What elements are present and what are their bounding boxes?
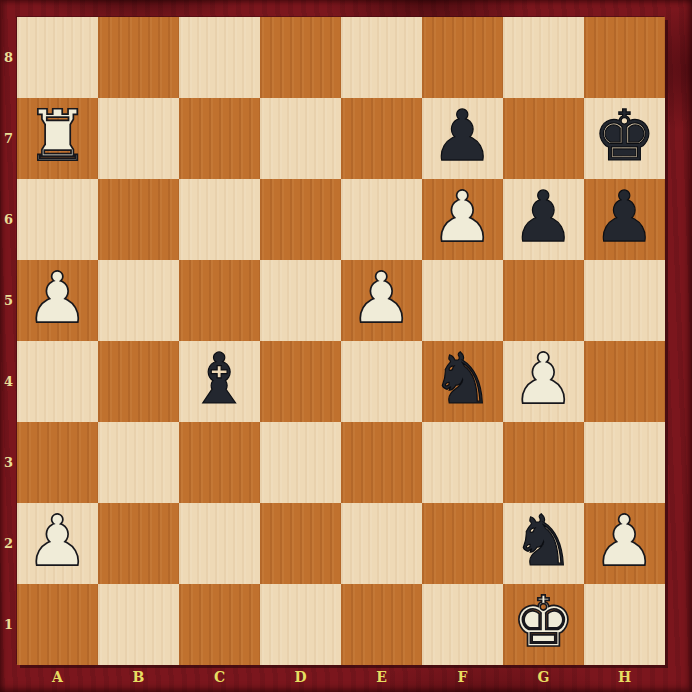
square-d8[interactable] — [260, 17, 341, 98]
square-c2[interactable] — [179, 503, 260, 584]
square-d7[interactable] — [260, 98, 341, 179]
square-f2[interactable] — [422, 503, 503, 584]
rank-label-2: 2 — [0, 503, 17, 584]
square-h8[interactable] — [584, 17, 665, 98]
square-g6[interactable]: ♟ — [503, 179, 584, 260]
square-e3[interactable] — [341, 422, 422, 503]
file-label-a: A — [17, 665, 98, 692]
square-e2[interactable] — [341, 503, 422, 584]
square-h3[interactable] — [584, 422, 665, 503]
square-d1[interactable] — [260, 584, 341, 665]
white-pawn[interactable]: ♟ — [512, 344, 575, 419]
square-f4[interactable]: ♞ — [422, 341, 503, 422]
rank-label-1: 1 — [0, 584, 17, 665]
square-b4[interactable] — [98, 341, 179, 422]
rank-labels: 87654321 — [0, 17, 17, 665]
square-a2[interactable]: ♟ — [17, 503, 98, 584]
square-c3[interactable] — [179, 422, 260, 503]
square-h1[interactable] — [584, 584, 665, 665]
white-pawn[interactable]: ♟ — [26, 506, 89, 581]
rank-label-6: 6 — [0, 179, 17, 260]
square-h4[interactable] — [584, 341, 665, 422]
square-f5[interactable] — [422, 260, 503, 341]
square-e8[interactable] — [341, 17, 422, 98]
square-e5[interactable]: ♟ — [341, 260, 422, 341]
square-h7[interactable]: ♚ — [584, 98, 665, 179]
rank-label-8: 8 — [0, 17, 17, 98]
square-a6[interactable] — [17, 179, 98, 260]
white-king[interactable]: ♚ — [512, 587, 575, 662]
square-c6[interactable] — [179, 179, 260, 260]
square-a1[interactable] — [17, 584, 98, 665]
white-pawn[interactable]: ♟ — [431, 182, 494, 257]
file-label-e: E — [341, 665, 422, 692]
white-pawn[interactable]: ♟ — [26, 263, 89, 338]
file-label-h: H — [584, 665, 665, 692]
rank-label-3: 3 — [0, 422, 17, 503]
square-d4[interactable] — [260, 341, 341, 422]
square-h5[interactable] — [584, 260, 665, 341]
square-e4[interactable] — [341, 341, 422, 422]
square-b3[interactable] — [98, 422, 179, 503]
square-e1[interactable] — [341, 584, 422, 665]
square-g7[interactable] — [503, 98, 584, 179]
square-g3[interactable] — [503, 422, 584, 503]
square-a5[interactable]: ♟ — [17, 260, 98, 341]
square-h6[interactable]: ♟ — [584, 179, 665, 260]
square-e7[interactable] — [341, 98, 422, 179]
square-g4[interactable]: ♟ — [503, 341, 584, 422]
square-b1[interactable] — [98, 584, 179, 665]
square-e6[interactable] — [341, 179, 422, 260]
square-g1[interactable]: ♚ — [503, 584, 584, 665]
black-king[interactable]: ♚ — [593, 101, 656, 176]
black-pawn[interactable]: ♟ — [431, 101, 494, 176]
white-pawn[interactable]: ♟ — [593, 506, 656, 581]
square-g8[interactable] — [503, 17, 584, 98]
black-knight[interactable]: ♞ — [512, 506, 575, 581]
square-b8[interactable] — [98, 17, 179, 98]
rank-label-4: 4 — [0, 341, 17, 422]
black-knight[interactable]: ♞ — [431, 344, 494, 419]
square-a4[interactable] — [17, 341, 98, 422]
rank-label-7: 7 — [0, 98, 17, 179]
square-f1[interactable] — [422, 584, 503, 665]
file-label-f: F — [422, 665, 503, 692]
square-b6[interactable] — [98, 179, 179, 260]
square-b5[interactable] — [98, 260, 179, 341]
square-f7[interactable]: ♟ — [422, 98, 503, 179]
square-d5[interactable] — [260, 260, 341, 341]
black-pawn[interactable]: ♟ — [512, 182, 575, 257]
square-a8[interactable] — [17, 17, 98, 98]
square-c8[interactable] — [179, 17, 260, 98]
file-label-b: B — [98, 665, 179, 692]
square-c4[interactable]: ♝ — [179, 341, 260, 422]
square-d2[interactable] — [260, 503, 341, 584]
chess-board: ♜♟♚♟♟♟♟♟♝♞♟♟♞♟♚ — [17, 17, 665, 665]
black-pawn[interactable]: ♟ — [593, 182, 656, 257]
file-label-d: D — [260, 665, 341, 692]
square-c7[interactable] — [179, 98, 260, 179]
square-d6[interactable] — [260, 179, 341, 260]
rank-label-5: 5 — [0, 260, 17, 341]
square-g5[interactable] — [503, 260, 584, 341]
square-b2[interactable] — [98, 503, 179, 584]
square-c5[interactable] — [179, 260, 260, 341]
square-d3[interactable] — [260, 422, 341, 503]
white-pawn[interactable]: ♟ — [350, 263, 413, 338]
square-a7[interactable]: ♜ — [17, 98, 98, 179]
board-frame: 87654321 ♜♟♚♟♟♟♟♟♝♞♟♟♞♟♚ ABCDEFGH — [0, 0, 692, 692]
file-label-g: G — [503, 665, 584, 692]
square-f6[interactable]: ♟ — [422, 179, 503, 260]
square-g2[interactable]: ♞ — [503, 503, 584, 584]
file-labels: ABCDEFGH — [17, 665, 665, 692]
square-b7[interactable] — [98, 98, 179, 179]
white-rook[interactable]: ♜ — [26, 101, 89, 176]
square-f3[interactable] — [422, 422, 503, 503]
square-a3[interactable] — [17, 422, 98, 503]
square-h2[interactable]: ♟ — [584, 503, 665, 584]
square-f8[interactable] — [422, 17, 503, 98]
square-c1[interactable] — [179, 584, 260, 665]
black-bishop[interactable]: ♝ — [188, 344, 251, 419]
file-label-c: C — [179, 665, 260, 692]
